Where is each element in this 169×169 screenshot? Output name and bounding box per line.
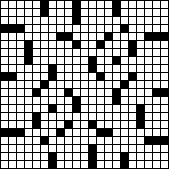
white-cell[interactable]: [145, 97, 152, 104]
white-cell[interactable]: [137, 65, 144, 72]
white-cell[interactable]: [129, 57, 136, 64]
white-cell[interactable]: [41, 97, 48, 104]
white-cell[interactable]: [145, 153, 152, 160]
white-cell[interactable]: [57, 153, 64, 160]
white-cell[interactable]: [145, 25, 152, 32]
white-cell[interactable]: [65, 97, 72, 104]
white-cell[interactable]: [9, 137, 16, 144]
white-cell[interactable]: [81, 65, 88, 72]
white-cell[interactable]: [89, 89, 96, 96]
white-cell[interactable]: [89, 25, 96, 32]
white-cell[interactable]: [41, 105, 48, 112]
white-cell[interactable]: [113, 153, 120, 160]
white-cell[interactable]: [57, 9, 64, 16]
white-cell[interactable]: [33, 41, 40, 48]
white-cell[interactable]: [1, 145, 8, 152]
white-cell[interactable]: [153, 121, 160, 128]
white-cell[interactable]: [97, 65, 104, 72]
white-cell[interactable]: [121, 105, 128, 112]
white-cell[interactable]: [121, 41, 128, 48]
white-cell[interactable]: [105, 73, 112, 80]
white-cell[interactable]: [73, 121, 80, 128]
white-cell[interactable]: [137, 9, 144, 16]
white-cell[interactable]: [57, 1, 64, 8]
white-cell[interactable]: [161, 153, 168, 160]
white-cell[interactable]: [1, 17, 8, 24]
white-cell[interactable]: [33, 9, 40, 16]
white-cell[interactable]: [105, 161, 112, 168]
white-cell[interactable]: [145, 73, 152, 80]
white-cell[interactable]: [129, 105, 136, 112]
white-cell[interactable]: [137, 25, 144, 32]
white-cell[interactable]: [161, 17, 168, 24]
white-cell[interactable]: [105, 153, 112, 160]
white-cell[interactable]: [97, 1, 104, 8]
white-cell[interactable]: [81, 33, 88, 40]
white-cell[interactable]: [129, 121, 136, 128]
white-cell[interactable]: [129, 9, 136, 16]
white-cell[interactable]: [25, 81, 32, 88]
white-cell[interactable]: [33, 65, 40, 72]
white-cell[interactable]: [121, 9, 128, 16]
white-cell[interactable]: [33, 137, 40, 144]
white-cell[interactable]: [105, 17, 112, 24]
white-cell[interactable]: [161, 145, 168, 152]
white-cell[interactable]: [65, 113, 72, 120]
white-cell[interactable]: [41, 25, 48, 32]
white-cell[interactable]: [121, 33, 128, 40]
white-cell[interactable]: [81, 81, 88, 88]
white-cell[interactable]: [73, 113, 80, 120]
white-cell[interactable]: [49, 89, 56, 96]
white-cell[interactable]: [65, 57, 72, 64]
white-cell[interactable]: [89, 1, 96, 8]
white-cell[interactable]: [89, 113, 96, 120]
white-cell[interactable]: [113, 41, 120, 48]
white-cell[interactable]: [105, 81, 112, 88]
white-cell[interactable]: [113, 129, 120, 136]
white-cell[interactable]: [153, 145, 160, 152]
white-cell[interactable]: [17, 33, 24, 40]
white-cell[interactable]: [105, 145, 112, 152]
white-cell[interactable]: [121, 73, 128, 80]
white-cell[interactable]: [25, 73, 32, 80]
white-cell[interactable]: [129, 97, 136, 104]
white-cell[interactable]: [9, 57, 16, 64]
white-cell[interactable]: [81, 49, 88, 56]
white-cell[interactable]: [25, 25, 32, 32]
white-cell[interactable]: [49, 41, 56, 48]
white-cell[interactable]: [97, 25, 104, 32]
white-cell[interactable]: [25, 9, 32, 16]
white-cell[interactable]: [73, 33, 80, 40]
white-cell[interactable]: [33, 73, 40, 80]
white-cell[interactable]: [97, 137, 104, 144]
white-cell[interactable]: [129, 129, 136, 136]
white-cell[interactable]: [89, 105, 96, 112]
white-cell[interactable]: [129, 89, 136, 96]
white-cell[interactable]: [121, 1, 128, 8]
white-cell[interactable]: [153, 81, 160, 88]
white-cell[interactable]: [41, 49, 48, 56]
white-cell[interactable]: [97, 9, 104, 16]
white-cell[interactable]: [121, 89, 128, 96]
white-cell[interactable]: [41, 65, 48, 72]
white-cell[interactable]: [65, 73, 72, 80]
white-cell[interactable]: [33, 25, 40, 32]
white-cell[interactable]: [25, 105, 32, 112]
white-cell[interactable]: [137, 73, 144, 80]
white-cell[interactable]: [41, 33, 48, 40]
white-cell[interactable]: [113, 33, 120, 40]
white-cell[interactable]: [137, 89, 144, 96]
white-cell[interactable]: [41, 161, 48, 168]
white-cell[interactable]: [129, 113, 136, 120]
white-cell[interactable]: [89, 33, 96, 40]
white-cell[interactable]: [17, 137, 24, 144]
white-cell[interactable]: [25, 161, 32, 168]
white-cell[interactable]: [89, 17, 96, 24]
white-cell[interactable]: [73, 73, 80, 80]
white-cell[interactable]: [145, 105, 152, 112]
white-cell[interactable]: [105, 25, 112, 32]
white-cell[interactable]: [137, 129, 144, 136]
white-cell[interactable]: [137, 1, 144, 8]
white-cell[interactable]: [137, 97, 144, 104]
white-cell[interactable]: [1, 153, 8, 160]
white-cell[interactable]: [41, 73, 48, 80]
white-cell[interactable]: [25, 113, 32, 120]
white-cell[interactable]: [1, 81, 8, 88]
white-cell[interactable]: [129, 137, 136, 144]
white-cell[interactable]: [137, 161, 144, 168]
white-cell[interactable]: [145, 89, 152, 96]
white-cell[interactable]: [1, 121, 8, 128]
white-cell[interactable]: [113, 121, 120, 128]
white-cell[interactable]: [81, 9, 88, 16]
white-cell[interactable]: [81, 105, 88, 112]
white-cell[interactable]: [1, 137, 8, 144]
white-cell[interactable]: [49, 49, 56, 56]
white-cell[interactable]: [49, 81, 56, 88]
white-cell[interactable]: [113, 145, 120, 152]
white-cell[interactable]: [161, 65, 168, 72]
white-cell[interactable]: [137, 57, 144, 64]
white-cell[interactable]: [57, 73, 64, 80]
white-cell[interactable]: [73, 153, 80, 160]
white-cell[interactable]: [57, 161, 64, 168]
white-cell[interactable]: [25, 121, 32, 128]
white-cell[interactable]: [33, 33, 40, 40]
white-cell[interactable]: [113, 81, 120, 88]
white-cell[interactable]: [121, 113, 128, 120]
white-cell[interactable]: [9, 97, 16, 104]
white-cell[interactable]: [81, 41, 88, 48]
white-cell[interactable]: [153, 25, 160, 32]
white-cell[interactable]: [73, 81, 80, 88]
white-cell[interactable]: [161, 25, 168, 32]
white-cell[interactable]: [89, 49, 96, 56]
white-cell[interactable]: [97, 97, 104, 104]
white-cell[interactable]: [49, 57, 56, 64]
white-cell[interactable]: [145, 161, 152, 168]
white-cell[interactable]: [57, 41, 64, 48]
white-cell[interactable]: [65, 161, 72, 168]
white-cell[interactable]: [105, 89, 112, 96]
white-cell[interactable]: [137, 81, 144, 88]
white-cell[interactable]: [113, 113, 120, 120]
white-cell[interactable]: [105, 65, 112, 72]
white-cell[interactable]: [145, 81, 152, 88]
white-cell[interactable]: [145, 145, 152, 152]
white-cell[interactable]: [17, 65, 24, 72]
white-cell[interactable]: [153, 57, 160, 64]
white-cell[interactable]: [49, 1, 56, 8]
white-cell[interactable]: [97, 121, 104, 128]
white-cell[interactable]: [9, 65, 16, 72]
white-cell[interactable]: [41, 145, 48, 152]
white-cell[interactable]: [161, 81, 168, 88]
white-cell[interactable]: [17, 153, 24, 160]
white-cell[interactable]: [81, 113, 88, 120]
white-cell[interactable]: [81, 161, 88, 168]
white-cell[interactable]: [145, 9, 152, 16]
white-cell[interactable]: [49, 121, 56, 128]
white-cell[interactable]: [33, 105, 40, 112]
white-cell[interactable]: [121, 65, 128, 72]
white-cell[interactable]: [97, 49, 104, 56]
white-cell[interactable]: [73, 25, 80, 32]
white-cell[interactable]: [81, 153, 88, 160]
white-cell[interactable]: [121, 129, 128, 136]
white-cell[interactable]: [97, 145, 104, 152]
white-cell[interactable]: [105, 105, 112, 112]
white-cell[interactable]: [81, 1, 88, 8]
white-cell[interactable]: [1, 57, 8, 64]
white-cell[interactable]: [49, 25, 56, 32]
white-cell[interactable]: [153, 65, 160, 72]
white-cell[interactable]: [17, 73, 24, 80]
white-cell[interactable]: [97, 17, 104, 24]
white-cell[interactable]: [1, 113, 8, 120]
white-cell[interactable]: [9, 33, 16, 40]
white-cell[interactable]: [145, 57, 152, 64]
white-cell[interactable]: [81, 25, 88, 32]
white-cell[interactable]: [113, 161, 120, 168]
white-cell[interactable]: [153, 153, 160, 160]
white-cell[interactable]: [81, 145, 88, 152]
white-cell[interactable]: [129, 65, 136, 72]
white-cell[interactable]: [121, 145, 128, 152]
white-cell[interactable]: [65, 1, 72, 8]
white-cell[interactable]: [81, 57, 88, 64]
white-cell[interactable]: [161, 97, 168, 104]
white-cell[interactable]: [153, 41, 160, 48]
white-cell[interactable]: [57, 137, 64, 144]
white-cell[interactable]: [17, 97, 24, 104]
white-cell[interactable]: [129, 1, 136, 8]
white-cell[interactable]: [9, 1, 16, 8]
white-cell[interactable]: [129, 153, 136, 160]
white-cell[interactable]: [57, 49, 64, 56]
white-cell[interactable]: [49, 137, 56, 144]
white-cell[interactable]: [105, 97, 112, 104]
white-cell[interactable]: [57, 121, 64, 128]
white-cell[interactable]: [65, 129, 72, 136]
white-cell[interactable]: [137, 145, 144, 152]
white-cell[interactable]: [161, 73, 168, 80]
white-cell[interactable]: [17, 81, 24, 88]
white-cell[interactable]: [73, 57, 80, 64]
white-cell[interactable]: [33, 49, 40, 56]
white-cell[interactable]: [121, 57, 128, 64]
white-cell[interactable]: [113, 137, 120, 144]
white-cell[interactable]: [105, 113, 112, 120]
white-cell[interactable]: [113, 17, 120, 24]
white-cell[interactable]: [49, 33, 56, 40]
white-cell[interactable]: [57, 89, 64, 96]
white-cell[interactable]: [33, 129, 40, 136]
white-cell[interactable]: [161, 1, 168, 8]
white-cell[interactable]: [129, 161, 136, 168]
white-cell[interactable]: [25, 1, 32, 8]
white-cell[interactable]: [57, 25, 64, 32]
white-cell[interactable]: [49, 9, 56, 16]
white-cell[interactable]: [49, 97, 56, 104]
white-cell[interactable]: [57, 57, 64, 64]
white-cell[interactable]: [25, 65, 32, 72]
white-cell[interactable]: [113, 105, 120, 112]
white-cell[interactable]: [17, 1, 24, 8]
white-cell[interactable]: [89, 129, 96, 136]
white-cell[interactable]: [41, 89, 48, 96]
white-cell[interactable]: [97, 153, 104, 160]
white-cell[interactable]: [57, 81, 64, 88]
white-cell[interactable]: [161, 105, 168, 112]
white-cell[interactable]: [17, 89, 24, 96]
white-cell[interactable]: [73, 161, 80, 168]
white-cell[interactable]: [105, 9, 112, 16]
white-cell[interactable]: [1, 9, 8, 16]
white-cell[interactable]: [49, 17, 56, 24]
white-cell[interactable]: [17, 9, 24, 16]
white-cell[interactable]: [161, 121, 168, 128]
white-cell[interactable]: [73, 89, 80, 96]
white-cell[interactable]: [33, 17, 40, 24]
white-cell[interactable]: [9, 113, 16, 120]
white-cell[interactable]: [97, 113, 104, 120]
white-cell[interactable]: [97, 33, 104, 40]
white-cell[interactable]: [73, 137, 80, 144]
white-cell[interactable]: [1, 97, 8, 104]
white-cell[interactable]: [1, 33, 8, 40]
white-cell[interactable]: [17, 49, 24, 56]
white-cell[interactable]: [17, 145, 24, 152]
white-cell[interactable]: [65, 153, 72, 160]
white-cell[interactable]: [41, 113, 48, 120]
white-cell[interactable]: [73, 65, 80, 72]
white-cell[interactable]: [41, 17, 48, 24]
white-cell[interactable]: [97, 161, 104, 168]
white-cell[interactable]: [9, 49, 16, 56]
white-cell[interactable]: [57, 97, 64, 104]
white-cell[interactable]: [1, 49, 8, 56]
white-cell[interactable]: [145, 121, 152, 128]
white-cell[interactable]: [25, 89, 32, 96]
white-cell[interactable]: [153, 73, 160, 80]
white-cell[interactable]: [105, 41, 112, 48]
white-cell[interactable]: [9, 145, 16, 152]
white-cell[interactable]: [9, 9, 16, 16]
white-cell[interactable]: [89, 73, 96, 80]
white-cell[interactable]: [153, 9, 160, 16]
white-cell[interactable]: [1, 105, 8, 112]
white-cell[interactable]: [145, 113, 152, 120]
white-cell[interactable]: [129, 17, 136, 24]
white-cell[interactable]: [137, 17, 144, 24]
white-cell[interactable]: [145, 49, 152, 56]
white-cell[interactable]: [129, 81, 136, 88]
white-cell[interactable]: [1, 41, 8, 48]
white-cell[interactable]: [81, 17, 88, 24]
white-cell[interactable]: [145, 41, 152, 48]
white-cell[interactable]: [49, 113, 56, 120]
white-cell[interactable]: [121, 49, 128, 56]
white-cell[interactable]: [153, 97, 160, 104]
white-cell[interactable]: [105, 137, 112, 144]
white-cell[interactable]: [17, 17, 24, 24]
white-cell[interactable]: [81, 129, 88, 136]
white-cell[interactable]: [41, 153, 48, 160]
white-cell[interactable]: [105, 57, 112, 64]
white-cell[interactable]: [17, 121, 24, 128]
white-cell[interactable]: [65, 25, 72, 32]
white-cell[interactable]: [57, 145, 64, 152]
white-cell[interactable]: [1, 161, 8, 168]
white-cell[interactable]: [153, 17, 160, 24]
white-cell[interactable]: [113, 25, 120, 32]
white-cell[interactable]: [57, 65, 64, 72]
white-cell[interactable]: [9, 121, 16, 128]
white-cell[interactable]: [33, 153, 40, 160]
white-cell[interactable]: [113, 65, 120, 72]
white-cell[interactable]: [81, 89, 88, 96]
white-cell[interactable]: [89, 137, 96, 144]
white-cell[interactable]: [17, 113, 24, 120]
white-cell[interactable]: [73, 145, 80, 152]
white-cell[interactable]: [97, 81, 104, 88]
white-cell[interactable]: [25, 137, 32, 144]
white-cell[interactable]: [9, 81, 16, 88]
white-cell[interactable]: [89, 9, 96, 16]
white-cell[interactable]: [137, 33, 144, 40]
white-cell[interactable]: [33, 1, 40, 8]
white-cell[interactable]: [33, 81, 40, 88]
white-cell[interactable]: [129, 33, 136, 40]
white-cell[interactable]: [161, 9, 168, 16]
white-cell[interactable]: [65, 41, 72, 48]
white-cell[interactable]: [1, 65, 8, 72]
white-cell[interactable]: [81, 73, 88, 80]
white-cell[interactable]: [89, 97, 96, 104]
white-cell[interactable]: [25, 33, 32, 40]
white-cell[interactable]: [17, 161, 24, 168]
white-cell[interactable]: [153, 105, 160, 112]
white-cell[interactable]: [9, 17, 16, 24]
white-cell[interactable]: [161, 41, 168, 48]
white-cell[interactable]: [65, 105, 72, 112]
white-cell[interactable]: [49, 129, 56, 136]
